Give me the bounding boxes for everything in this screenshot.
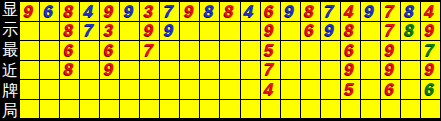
grid-cell xyxy=(120,22,139,41)
grid-cell xyxy=(241,61,260,80)
grid-cell: 8 xyxy=(301,2,320,21)
grid-cell xyxy=(160,41,179,60)
grid-cell xyxy=(60,100,79,119)
vertical-title-char: 局 xyxy=(0,101,20,121)
result-digit: 3 xyxy=(104,22,113,39)
result-digit: 9 xyxy=(425,22,434,39)
result-digit: 7 xyxy=(264,61,273,78)
grid-cell: 8 xyxy=(60,2,79,21)
grid-cell xyxy=(40,41,59,60)
grid-cell xyxy=(301,41,320,60)
result-digit: 8 xyxy=(64,22,73,39)
grid-cell xyxy=(241,80,260,99)
grid-cell: 9 xyxy=(381,41,400,60)
grid-cell xyxy=(321,61,340,80)
result-digit: 9 xyxy=(385,61,394,78)
results-grid: 9684993798846987497848739996987896675697… xyxy=(20,0,441,121)
grid-cell xyxy=(160,100,179,119)
grid-cell: 7 xyxy=(321,2,340,21)
grid-cell xyxy=(281,22,300,41)
grid-cell xyxy=(140,61,159,80)
grid-cell: 8 xyxy=(60,61,79,80)
grid-cell: 9 xyxy=(100,2,119,21)
grid-cell xyxy=(301,100,320,119)
result-digit: 9 xyxy=(264,22,273,39)
result-digit: 8 xyxy=(64,61,73,78)
grid-cell xyxy=(40,80,59,99)
result-digit: 6 xyxy=(345,42,354,59)
grid-cell xyxy=(180,80,199,99)
result-digit: 8 xyxy=(64,3,73,20)
result-digit: 9 xyxy=(324,22,333,39)
vertical-title-char: 示 xyxy=(0,20,20,40)
grid-cell: 7 xyxy=(381,22,400,41)
grid-cell: 9 xyxy=(421,61,440,80)
vertical-title-char: 近 xyxy=(0,61,20,81)
grid-cell: 9 xyxy=(381,61,400,80)
grid-cell: 9 xyxy=(100,61,119,80)
grid-cell: 9 xyxy=(180,2,199,21)
result-digit: 9 xyxy=(365,3,374,20)
grid-cell: 5 xyxy=(261,41,280,60)
result-digit: 3 xyxy=(144,3,153,20)
grid-cell xyxy=(401,41,420,60)
grid-cell: 6 xyxy=(341,41,360,60)
grid-cell: 9 xyxy=(20,2,39,21)
grid-cell xyxy=(241,100,260,119)
grid-cell: 9 xyxy=(281,2,300,21)
result-digit: 9 xyxy=(425,61,434,78)
grid-cell xyxy=(120,41,139,60)
grid-cell xyxy=(20,41,39,60)
result-digit: 7 xyxy=(84,22,93,39)
grid-cell: 6 xyxy=(381,80,400,99)
grid-cell xyxy=(401,61,420,80)
result-digit: 5 xyxy=(264,42,273,59)
vertical-title-char: 牌 xyxy=(0,81,20,101)
result-digit: 7 xyxy=(385,22,394,39)
result-digit: 9 xyxy=(24,3,33,20)
grid-cell: 4 xyxy=(341,2,360,21)
grid-cell xyxy=(220,80,239,99)
grid-cell xyxy=(281,41,300,60)
grid-cell xyxy=(321,80,340,99)
grid-cell: 6 xyxy=(40,2,59,21)
result-digit: 8 xyxy=(405,22,414,39)
result-digit: 4 xyxy=(84,3,93,20)
grid-cell: 8 xyxy=(220,2,239,21)
grid-cell xyxy=(321,41,340,60)
grid-cell: 9 xyxy=(321,22,340,41)
grid-cell xyxy=(401,80,420,99)
grid-cell: 7 xyxy=(160,2,179,21)
recent-rounds-board: 显 示 最 近 牌 局 9684993798846987497848739996… xyxy=(0,0,441,121)
grid-cell: 9 xyxy=(261,22,280,41)
result-digit: 9 xyxy=(345,61,354,78)
grid-cell xyxy=(341,100,360,119)
grid-cell xyxy=(200,100,219,119)
grid-cell xyxy=(80,100,99,119)
grid-cell xyxy=(361,22,380,41)
grid-cell: 8 xyxy=(401,22,420,41)
grid-cell xyxy=(120,61,139,80)
grid-cell xyxy=(80,61,99,80)
result-digit: 9 xyxy=(104,61,113,78)
grid-cell xyxy=(160,61,179,80)
grid-cell xyxy=(40,100,59,119)
grid-cell xyxy=(100,80,119,99)
grid-cell xyxy=(241,22,260,41)
grid-cell xyxy=(421,100,440,119)
vertical-title-char: 最 xyxy=(0,40,20,60)
grid-cell: 7 xyxy=(261,61,280,80)
result-digit: 9 xyxy=(385,42,394,59)
grid-cell xyxy=(241,41,260,60)
grid-cell xyxy=(301,61,320,80)
grid-cell xyxy=(301,80,320,99)
result-digit: 9 xyxy=(184,3,193,20)
grid-cell xyxy=(361,61,380,80)
grid-cell xyxy=(261,100,280,119)
grid-cell xyxy=(80,41,99,60)
result-digit: 7 xyxy=(385,3,394,20)
grid-cell xyxy=(361,100,380,119)
grid-cell xyxy=(20,80,39,99)
grid-cell xyxy=(281,80,300,99)
result-digit: 8 xyxy=(224,3,233,20)
grid-cell: 9 xyxy=(160,22,179,41)
result-digit: 9 xyxy=(104,3,113,20)
grid-cell xyxy=(321,100,340,119)
grid-cell xyxy=(40,22,59,41)
result-digit: 7 xyxy=(324,3,333,20)
result-digit: 6 xyxy=(44,3,53,20)
grid-cell xyxy=(60,80,79,99)
grid-cell xyxy=(40,61,59,80)
grid-cell xyxy=(401,100,420,119)
grid-cell xyxy=(180,22,199,41)
grid-cell: 9 xyxy=(140,22,159,41)
grid-cell xyxy=(120,80,139,99)
grid-cell: 6 xyxy=(100,41,119,60)
result-digit: 9 xyxy=(284,3,293,20)
grid-cell: 8 xyxy=(401,2,420,21)
grid-cell xyxy=(140,80,159,99)
grid-cell: 9 xyxy=(421,22,440,41)
grid-cell xyxy=(80,80,99,99)
grid-cell: 4 xyxy=(261,80,280,99)
grid-cell: 4 xyxy=(80,2,99,21)
grid-cell xyxy=(180,41,199,60)
grid-cell xyxy=(100,100,119,119)
grid-cell: 9 xyxy=(361,2,380,21)
result-digit: 6 xyxy=(64,42,73,59)
grid-cell: 7 xyxy=(140,41,159,60)
result-digit: 6 xyxy=(304,22,313,39)
grid-cell: 5 xyxy=(341,80,360,99)
grid-cell: 3 xyxy=(100,22,119,41)
grid-cell: 8 xyxy=(60,22,79,41)
vertical-title-char: 显 xyxy=(0,0,20,20)
grid-cell xyxy=(281,100,300,119)
grid-cell: 9 xyxy=(120,2,139,21)
result-digit: 7 xyxy=(164,3,173,20)
grid-cell: 8 xyxy=(341,22,360,41)
result-digit: 6 xyxy=(425,81,434,98)
grid-cell xyxy=(20,100,39,119)
grid-cell: 4 xyxy=(241,2,260,21)
grid-cell: 7 xyxy=(421,41,440,60)
grid-cell xyxy=(361,41,380,60)
grid-cell xyxy=(200,80,219,99)
result-digit: 6 xyxy=(264,3,273,20)
result-digit: 4 xyxy=(244,3,253,20)
result-digit: 7 xyxy=(425,42,434,59)
grid-cell xyxy=(281,61,300,80)
grid-cell xyxy=(200,22,219,41)
grid-cell: 3 xyxy=(140,2,159,21)
result-digit: 8 xyxy=(304,3,313,20)
grid-cell xyxy=(220,100,239,119)
grid-cell xyxy=(180,100,199,119)
result-digit: 8 xyxy=(405,3,414,20)
grid-cell xyxy=(200,61,219,80)
result-digit: 8 xyxy=(204,3,213,20)
result-digit: 4 xyxy=(425,3,434,20)
grid-cell xyxy=(220,61,239,80)
grid-cell: 9 xyxy=(341,61,360,80)
grid-cell: 7 xyxy=(381,2,400,21)
grid-cell: 6 xyxy=(261,2,280,21)
grid-cell: 6 xyxy=(60,41,79,60)
result-digit: 5 xyxy=(345,81,354,98)
result-digit: 9 xyxy=(164,22,173,39)
grid-cell xyxy=(361,80,380,99)
grid-cell xyxy=(220,41,239,60)
grid-cell xyxy=(160,80,179,99)
grid-cell xyxy=(180,61,199,80)
vertical-title: 显 示 最 近 牌 局 xyxy=(0,0,20,121)
grid-cell: 6 xyxy=(301,22,320,41)
grid-cell xyxy=(20,61,39,80)
result-digit: 4 xyxy=(264,81,273,98)
grid-cell: 4 xyxy=(421,2,440,21)
grid-cell: 7 xyxy=(80,22,99,41)
result-digit: 6 xyxy=(104,42,113,59)
result-digit: 9 xyxy=(144,22,153,39)
grid-cell xyxy=(120,100,139,119)
result-digit: 8 xyxy=(345,22,354,39)
grid-cell xyxy=(20,22,39,41)
grid-cell xyxy=(381,100,400,119)
grid-cell: 8 xyxy=(200,2,219,21)
grid-cell: 6 xyxy=(421,80,440,99)
result-digit: 6 xyxy=(385,81,394,98)
result-digit: 4 xyxy=(345,3,354,20)
grid-cell xyxy=(200,41,219,60)
grid-cell xyxy=(140,100,159,119)
result-digit: 7 xyxy=(144,42,153,59)
grid-cell xyxy=(220,22,239,41)
result-digit: 9 xyxy=(124,3,133,20)
